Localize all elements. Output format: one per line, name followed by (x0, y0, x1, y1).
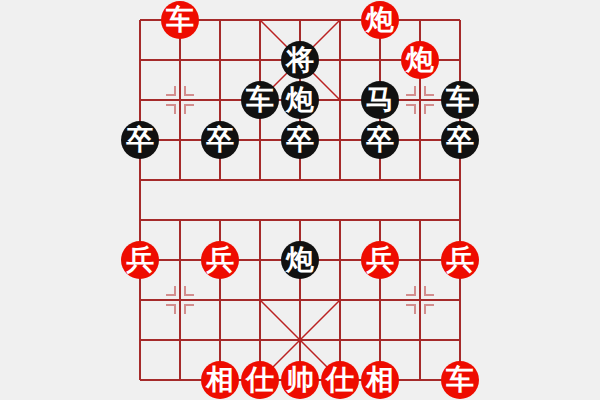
piece-black-soldier[interactable]: 卒 (361, 121, 399, 159)
piece-red-soldier[interactable]: 兵 (201, 241, 239, 279)
piece-black-general[interactable]: 将 (281, 41, 319, 79)
piece-black-chariot[interactable]: 车 (241, 81, 279, 119)
piece-red-soldier[interactable]: 兵 (361, 241, 399, 279)
piece-black-chariot[interactable]: 车 (441, 81, 479, 119)
piece-black-soldier[interactable]: 卒 (441, 121, 479, 159)
piece-black-cannon[interactable]: 炮 (281, 241, 319, 279)
piece-red-elephant[interactable]: 相 (201, 361, 239, 399)
piece-red-soldier[interactable]: 兵 (121, 241, 159, 279)
piece-red-elephant[interactable]: 相 (361, 361, 399, 399)
piece-black-soldier[interactable]: 卒 (281, 121, 319, 159)
piece-red-soldier[interactable]: 兵 (441, 241, 479, 279)
piece-red-cannon[interactable]: 炮 (401, 41, 439, 79)
piece-black-soldier[interactable]: 卒 (201, 121, 239, 159)
piece-red-advisor[interactable]: 仕 (321, 361, 359, 399)
piece-red-advisor[interactable]: 仕 (241, 361, 279, 399)
xiangqi-screen: 车炮将炮车炮马车卒卒卒卒卒兵兵炮兵兵相仕帅仕相车 (0, 0, 600, 400)
piece-black-soldier[interactable]: 卒 (121, 121, 159, 159)
piece-red-general[interactable]: 帅 (281, 361, 319, 399)
piece-red-chariot[interactable]: 车 (161, 1, 199, 39)
piece-red-cannon[interactable]: 炮 (361, 1, 399, 39)
piece-black-horse[interactable]: 马 (361, 81, 399, 119)
piece-red-chariot[interactable]: 车 (441, 361, 479, 399)
piece-black-cannon[interactable]: 炮 (281, 81, 319, 119)
xiangqi-board[interactable]: 车炮将炮车炮马车卒卒卒卒卒兵兵炮兵兵相仕帅仕相车 (120, 0, 480, 400)
